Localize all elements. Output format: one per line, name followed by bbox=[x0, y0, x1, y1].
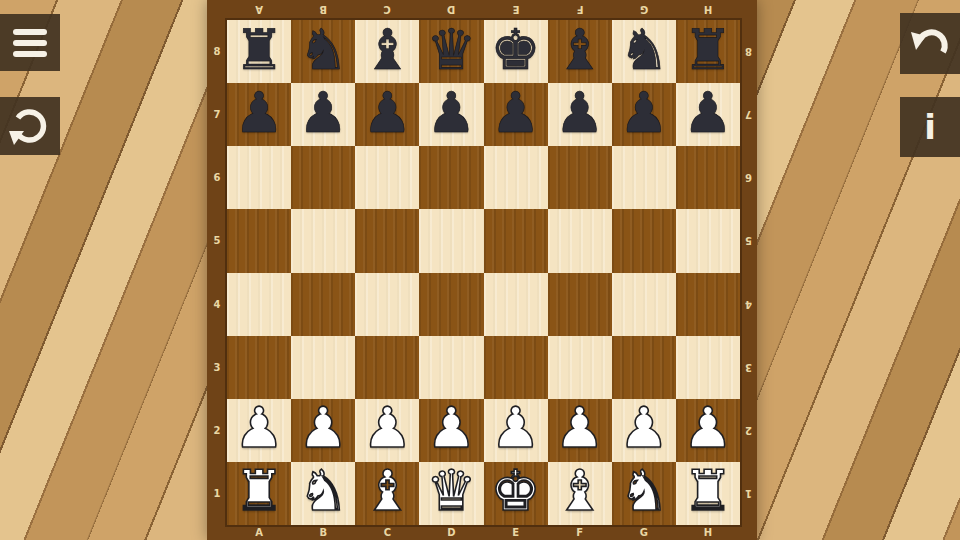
square-e1[interactable]: ♚ bbox=[484, 462, 548, 525]
coord-label: G bbox=[612, 525, 676, 540]
white-rook: ♜ bbox=[683, 463, 733, 519]
info-icon: i bbox=[924, 110, 936, 144]
square-a8[interactable]: ♜ bbox=[227, 20, 291, 83]
coord-label: 8 bbox=[207, 20, 227, 83]
square-d4[interactable] bbox=[419, 273, 483, 336]
white-pawn: ♟ bbox=[234, 400, 284, 456]
black-bishop: ♝ bbox=[362, 22, 412, 78]
flip-board-button[interactable] bbox=[0, 97, 60, 155]
square-e6[interactable] bbox=[484, 146, 548, 209]
square-c8[interactable]: ♝ bbox=[355, 20, 419, 83]
coord-label: 4 bbox=[207, 273, 227, 336]
black-pawn: ♟ bbox=[555, 85, 605, 141]
hamburger-icon bbox=[13, 29, 47, 57]
black-pawn: ♟ bbox=[362, 85, 412, 141]
square-b6[interactable] bbox=[291, 146, 355, 209]
white-pawn: ♟ bbox=[619, 400, 669, 456]
square-b1[interactable]: ♞ bbox=[291, 462, 355, 525]
file-labels-bottom: ABCDEFGH bbox=[227, 525, 740, 540]
square-f2[interactable]: ♟ bbox=[548, 399, 612, 462]
coord-label: 4 bbox=[740, 273, 757, 336]
black-rook: ♜ bbox=[234, 22, 284, 78]
square-h3[interactable] bbox=[676, 336, 740, 399]
square-f7[interactable]: ♟ bbox=[548, 83, 612, 146]
square-g2[interactable]: ♟ bbox=[612, 399, 676, 462]
coord-label: 5 bbox=[740, 209, 757, 272]
square-d5[interactable] bbox=[419, 209, 483, 272]
square-g8[interactable]: ♞ bbox=[612, 20, 676, 83]
square-d1[interactable]: ♛ bbox=[419, 462, 483, 525]
white-pawn: ♟ bbox=[362, 400, 412, 456]
square-a3[interactable] bbox=[227, 336, 291, 399]
white-pawn: ♟ bbox=[298, 400, 348, 456]
square-f4[interactable] bbox=[548, 273, 612, 336]
square-e3[interactable] bbox=[484, 336, 548, 399]
square-c2[interactable]: ♟ bbox=[355, 399, 419, 462]
square-g3[interactable] bbox=[612, 336, 676, 399]
square-a6[interactable] bbox=[227, 146, 291, 209]
white-pawn: ♟ bbox=[490, 400, 540, 456]
black-pawn: ♟ bbox=[234, 85, 284, 141]
coord-label: D bbox=[419, 525, 483, 540]
square-f1[interactable]: ♝ bbox=[548, 462, 612, 525]
square-a4[interactable] bbox=[227, 273, 291, 336]
square-d8[interactable]: ♛ bbox=[419, 20, 483, 83]
board-grid: ♜♞♝♛♚♝♞♜♟♟♟♟♟♟♟♟♟♟♟♟♟♟♟♟♜♞♝♛♚♝♞♜ bbox=[227, 20, 740, 525]
rotate-icon bbox=[8, 104, 52, 148]
rank-labels-left: 87654321 bbox=[207, 20, 227, 525]
white-knight: ♞ bbox=[298, 463, 348, 519]
square-d2[interactable]: ♟ bbox=[419, 399, 483, 462]
square-d3[interactable] bbox=[419, 336, 483, 399]
info-button[interactable]: i bbox=[900, 97, 960, 157]
square-d6[interactable] bbox=[419, 146, 483, 209]
coord-label: 1 bbox=[207, 462, 227, 525]
square-c7[interactable]: ♟ bbox=[355, 83, 419, 146]
coord-label: 2 bbox=[740, 399, 757, 462]
square-h7[interactable]: ♟ bbox=[676, 83, 740, 146]
square-b2[interactable]: ♟ bbox=[291, 399, 355, 462]
coord-label: 6 bbox=[740, 146, 757, 209]
square-a7[interactable]: ♟ bbox=[227, 83, 291, 146]
white-knight: ♞ bbox=[619, 463, 669, 519]
square-e8[interactable]: ♚ bbox=[484, 20, 548, 83]
coord-label: 8 bbox=[740, 20, 757, 83]
square-a5[interactable] bbox=[227, 209, 291, 272]
black-pawn: ♟ bbox=[683, 85, 733, 141]
coord-label: 3 bbox=[207, 336, 227, 399]
coord-label: F bbox=[548, 525, 612, 540]
square-h8[interactable]: ♜ bbox=[676, 20, 740, 83]
coord-label: C bbox=[355, 525, 419, 540]
white-pawn: ♟ bbox=[426, 400, 476, 456]
square-b8[interactable]: ♞ bbox=[291, 20, 355, 83]
black-knight: ♞ bbox=[619, 22, 669, 78]
square-b4[interactable] bbox=[291, 273, 355, 336]
square-h2[interactable]: ♟ bbox=[676, 399, 740, 462]
chess-board: ABCDEFGH ABCDEFGH 87654321 87654321 ♜♞♝♛… bbox=[207, 0, 757, 540]
square-c6[interactable] bbox=[355, 146, 419, 209]
black-pawn: ♟ bbox=[490, 85, 540, 141]
square-h5[interactable] bbox=[676, 209, 740, 272]
coord-label: 2 bbox=[207, 399, 227, 462]
coord-label: H bbox=[676, 525, 740, 540]
square-b5[interactable] bbox=[291, 209, 355, 272]
white-queen: ♛ bbox=[426, 463, 476, 519]
menu-button[interactable] bbox=[0, 14, 60, 71]
square-h6[interactable] bbox=[676, 146, 740, 209]
square-f5[interactable] bbox=[548, 209, 612, 272]
square-d7[interactable]: ♟ bbox=[419, 83, 483, 146]
rank-labels-right: 87654321 bbox=[740, 20, 757, 525]
square-f8[interactable]: ♝ bbox=[548, 20, 612, 83]
square-c1[interactable]: ♝ bbox=[355, 462, 419, 525]
white-bishop: ♝ bbox=[555, 463, 605, 519]
square-a1[interactable]: ♜ bbox=[227, 462, 291, 525]
coord-label: 7 bbox=[207, 83, 227, 146]
square-c3[interactable] bbox=[355, 336, 419, 399]
square-g4[interactable] bbox=[612, 273, 676, 336]
square-f3[interactable] bbox=[548, 336, 612, 399]
white-pawn: ♟ bbox=[555, 400, 605, 456]
square-f6[interactable] bbox=[548, 146, 612, 209]
coord-label: 3 bbox=[740, 336, 757, 399]
black-rook: ♜ bbox=[683, 22, 733, 78]
coord-label: E bbox=[484, 525, 548, 540]
square-e7[interactable]: ♟ bbox=[484, 83, 548, 146]
black-pawn: ♟ bbox=[426, 85, 476, 141]
square-h4[interactable] bbox=[676, 273, 740, 336]
square-g5[interactable] bbox=[612, 209, 676, 272]
black-queen: ♛ bbox=[426, 22, 476, 78]
square-c5[interactable] bbox=[355, 209, 419, 272]
black-pawn: ♟ bbox=[619, 85, 669, 141]
square-a2[interactable]: ♟ bbox=[227, 399, 291, 462]
square-g6[interactable] bbox=[612, 146, 676, 209]
square-b3[interactable] bbox=[291, 336, 355, 399]
square-e4[interactable] bbox=[484, 273, 548, 336]
square-g7[interactable]: ♟ bbox=[612, 83, 676, 146]
black-king: ♚ bbox=[490, 22, 540, 78]
square-c4[interactable] bbox=[355, 273, 419, 336]
black-pawn: ♟ bbox=[298, 85, 348, 141]
coord-label: 1 bbox=[740, 462, 757, 525]
square-e5[interactable] bbox=[484, 209, 548, 272]
black-knight: ♞ bbox=[298, 22, 348, 78]
coord-label: 7 bbox=[740, 83, 757, 146]
square-b7[interactable]: ♟ bbox=[291, 83, 355, 146]
undo-arrow-icon bbox=[908, 22, 952, 66]
coord-label: B bbox=[291, 525, 355, 540]
square-e2[interactable]: ♟ bbox=[484, 399, 548, 462]
coord-label: 5 bbox=[207, 209, 227, 272]
square-h1[interactable]: ♜ bbox=[676, 462, 740, 525]
coord-label: 6 bbox=[207, 146, 227, 209]
white-pawn: ♟ bbox=[683, 400, 733, 456]
black-bishop: ♝ bbox=[555, 22, 605, 78]
undo-button[interactable] bbox=[900, 13, 960, 74]
square-g1[interactable]: ♞ bbox=[612, 462, 676, 525]
white-rook: ♜ bbox=[234, 463, 284, 519]
coord-label: A bbox=[227, 525, 291, 540]
white-king: ♚ bbox=[490, 463, 540, 519]
white-bishop: ♝ bbox=[362, 463, 412, 519]
